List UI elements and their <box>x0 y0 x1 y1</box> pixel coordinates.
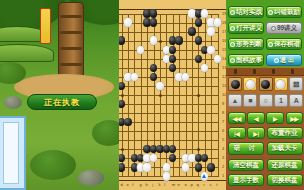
rewind-all-button[interactable]: ◀◀ <box>228 112 246 124</box>
grid-line-h <box>119 104 219 105</box>
peg-icon <box>272 69 275 74</box>
black-stone-tool[interactable] <box>259 77 273 91</box>
hoshi-point <box>159 40 162 43</box>
stone-black <box>150 9 157 17</box>
forward-all-button[interactable]: ▶▶ <box>286 112 304 124</box>
button-icon <box>230 10 235 15</box>
arrow-icon: ▶| <box>253 130 258 137</box>
hoshi-point <box>121 94 124 97</box>
open-lecture-button[interactable]: 打开讲义 <box>228 22 264 34</box>
coordinate-label: f <box>133 182 134 186</box>
coordinate-label: q <box>197 182 199 186</box>
stone-white <box>131 73 138 81</box>
coordinate-label: g <box>139 182 141 186</box>
bush <box>92 120 119 146</box>
button-label: 打开讲义 <box>236 24 262 33</box>
coordinate-label: 5 <box>222 138 224 142</box>
hoshi-point <box>159 94 162 97</box>
button-label: 99讲义 <box>277 24 297 33</box>
number-markup-tool[interactable]: 1 <box>274 94 288 107</box>
coordinate-label: r <box>203 182 204 186</box>
grid-line-h <box>119 113 219 114</box>
coordinate-label: e <box>126 182 128 186</box>
go-teaching-app: 正在执教 19181716151413121110987654321defghj… <box>0 0 304 190</box>
rock <box>78 170 104 186</box>
black-stone-icon <box>231 80 240 89</box>
show-move-numbers-button[interactable]: 显示手数 <box>228 174 264 186</box>
white-stone-tool[interactable] <box>274 77 288 91</box>
seminar-button[interactable]: 研 讨 <box>228 142 264 155</box>
stone-white <box>182 163 189 171</box>
praise-button[interactable]: 纠错鼓励 <box>266 6 302 18</box>
coordinate-label: p <box>190 182 192 186</box>
scene-background: 正在执教 <box>0 0 119 190</box>
stone-black <box>124 118 131 126</box>
button-icon <box>268 10 273 15</box>
coordinate-label: 7 <box>222 120 224 124</box>
tower <box>58 2 84 78</box>
pair-practice-button[interactable]: 结对实战 <box>228 6 264 18</box>
back-button[interactable]: ◀ <box>247 112 265 124</box>
button-label: 围棋故事 <box>236 56 262 65</box>
grid-line-h <box>119 23 219 24</box>
arrow-icon: ◀◀ <box>233 115 241 122</box>
coordinate-label: t <box>216 182 217 186</box>
partial-window[interactable] <box>0 116 26 190</box>
grid-line-h <box>119 86 219 87</box>
stone-white <box>163 163 170 171</box>
white-stone-icon <box>276 80 285 89</box>
arrow-icon: |◀ <box>234 130 239 137</box>
coordinate-label: o <box>184 182 186 186</box>
stone-black <box>195 36 202 44</box>
triangle-markup-tool[interactable]: ▲ <box>228 94 242 107</box>
button-icon <box>230 58 235 63</box>
coordinate-label: 9 <box>222 102 224 106</box>
arrow-icon: ▶ <box>273 115 277 122</box>
stone-black <box>195 163 202 171</box>
coordinate-label: 6 <box>222 129 224 133</box>
stone-black <box>175 36 182 44</box>
stone-black <box>207 163 214 171</box>
exit-button[interactable]: 退 出 <box>266 54 302 66</box>
go-story-button[interactable]: 围棋故事 <box>228 54 264 66</box>
button-icon <box>274 58 279 63</box>
white-stone-icon <box>246 80 255 89</box>
coordinate-label: 3 <box>222 156 224 160</box>
peg-icon <box>234 69 237 74</box>
coordinate-label: m <box>171 182 175 186</box>
button-label: 纠错鼓励 <box>274 8 300 17</box>
stone-white <box>201 172 208 180</box>
last-move-marker <box>202 174 206 178</box>
stone-white <box>207 46 214 54</box>
grid-line-h <box>119 32 219 33</box>
switch-board-button[interactable]: 切换棋盘 <box>267 174 303 186</box>
erase-tool[interactable]: ⊠ <box>289 77 303 91</box>
lecture-99-button[interactable]: 99讲义 <box>266 22 302 34</box>
stone-black <box>195 18 202 26</box>
forward-button[interactable]: ▶ <box>266 112 284 124</box>
black-stone-tool[interactable] <box>228 77 242 91</box>
peg-icon <box>291 69 294 74</box>
button-icon <box>230 42 235 47</box>
go-board[interactable]: 19181716151413121110987654321defghjklmno… <box>119 0 226 190</box>
stone-white <box>150 36 157 44</box>
button-label: 保存棋谱 <box>274 40 300 49</box>
pavilion-roof <box>0 44 54 62</box>
grid-line-h <box>119 95 219 96</box>
black-stone-icon <box>261 80 270 89</box>
coordinate-label: s <box>210 182 212 186</box>
coordinate-label: d <box>120 182 122 186</box>
stone-white <box>143 163 150 171</box>
button-icon <box>268 42 273 47</box>
button-label: 退 出 <box>280 56 295 65</box>
coordinate-label: n <box>178 182 180 186</box>
coordinate-label: 2 <box>222 165 224 169</box>
load-level-button[interactable]: 加载关卡 <box>267 142 303 155</box>
coordinate-label: l <box>164 182 165 186</box>
grid-line-h <box>119 140 219 141</box>
restore-board-button[interactable]: 还原棋盘 <box>267 159 303 171</box>
clear-board-button[interactable]: 清空棋盘 <box>228 159 264 171</box>
square-markup-tool[interactable]: ■ <box>243 94 257 107</box>
stone-black <box>188 27 195 35</box>
stone-black <box>119 163 125 171</box>
button-icon <box>230 26 235 31</box>
letter-markup-tool[interactable]: A <box>289 94 303 107</box>
stone-white <box>207 27 214 35</box>
coordinate-label: 4 <box>222 147 224 151</box>
rock <box>4 96 22 109</box>
grid-line-h <box>119 122 219 123</box>
stone-white <box>201 9 208 17</box>
grid-line-h <box>119 131 219 132</box>
coordinate-label: 8 <box>222 111 224 115</box>
arrow-icon: ◀ <box>254 115 258 122</box>
last-move-button[interactable]: ▶| <box>247 127 265 139</box>
stone-white <box>156 82 163 90</box>
stone-white <box>214 55 221 63</box>
white-stone-tool[interactable] <box>243 77 257 91</box>
button-label: 结对实战 <box>236 8 262 17</box>
stone-white <box>124 18 131 26</box>
peg-icon <box>253 69 256 74</box>
arrow-icon: ▶▶ <box>290 115 298 122</box>
coordinate-label: 1 <box>222 174 224 178</box>
button-label: 形势判断 <box>236 40 262 49</box>
stone-white <box>214 18 221 26</box>
control-panel: 结对实战纠错鼓励打开讲义99讲义形势判断保存棋谱围棋故事退 出⊠▲■○1A◀◀◀… <box>226 0 304 190</box>
coordinate-label: k <box>158 182 160 186</box>
assign-homework-button[interactable]: 布置作业 <box>267 127 303 139</box>
banner-flag <box>40 8 51 44</box>
stone-white <box>163 172 170 180</box>
hoshi-point <box>121 148 124 151</box>
circle-markup-tool[interactable]: ○ <box>259 94 273 107</box>
button-icon <box>271 26 276 31</box>
score-estimate-button[interactable]: 形势判断 <box>228 38 264 50</box>
stone-black <box>150 18 157 26</box>
save-kifu-button[interactable]: 保存棋谱 <box>266 38 302 50</box>
stone-black <box>195 55 202 63</box>
bush <box>30 150 76 180</box>
coordinate-label: j <box>152 182 153 186</box>
coordinate-label: h <box>146 182 148 186</box>
status-badge: 正在执教 <box>27 94 97 110</box>
first-move-button[interactable]: |◀ <box>228 127 246 139</box>
